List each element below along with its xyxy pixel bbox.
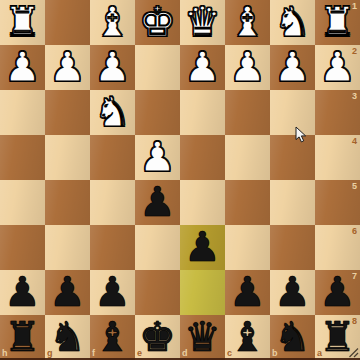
square-b1[interactable]: ♞ — [270, 0, 315, 45]
square-c7[interactable]: ♟ — [225, 270, 270, 315]
square-e7[interactable] — [135, 270, 180, 315]
black-pawn-d6[interactable]: ♟ — [180, 225, 225, 270]
square-f4[interactable] — [90, 135, 135, 180]
square-c2[interactable]: ♟ — [225, 45, 270, 90]
square-b3[interactable] — [270, 90, 315, 135]
black-pawn-h7[interactable]: ♟ — [0, 270, 45, 315]
square-g2[interactable]: ♟ — [45, 45, 90, 90]
white-rook-h1[interactable]: ♜ — [0, 0, 45, 45]
square-c5[interactable] — [225, 180, 270, 225]
square-e8[interactable]: ♚e — [135, 315, 180, 360]
chess-app-window: ♜♝♚♛♝♞♜1♟♟♟♟♟♟♟2♞3♟4♟5♟6♟♟♟♟♟♟7♜h♞g♝f♚e♛… — [0, 0, 360, 360]
file-label-c: c — [227, 349, 232, 358]
square-g8[interactable]: ♞g — [45, 315, 90, 360]
white-bishop-f1[interactable]: ♝ — [90, 0, 135, 45]
square-g5[interactable] — [45, 180, 90, 225]
square-a2[interactable]: ♟2 — [315, 45, 360, 90]
black-pawn-f7[interactable]: ♟ — [90, 270, 135, 315]
square-a1[interactable]: ♜1 — [315, 0, 360, 45]
file-label-g: g — [47, 349, 53, 358]
white-pawn-b2[interactable]: ♟ — [270, 45, 315, 90]
square-c6[interactable] — [225, 225, 270, 270]
file-label-f: f — [92, 349, 95, 358]
square-f7[interactable]: ♟ — [90, 270, 135, 315]
square-d8[interactable]: ♛d — [180, 315, 225, 360]
black-bishop-f8[interactable]: ♝ — [90, 315, 135, 360]
square-d1[interactable]: ♛ — [180, 0, 225, 45]
white-pawn-c2[interactable]: ♟ — [225, 45, 270, 90]
white-queen-d1[interactable]: ♛ — [180, 0, 225, 45]
file-label-b: b — [272, 349, 278, 358]
square-b6[interactable] — [270, 225, 315, 270]
rank-label-3: 3 — [352, 92, 357, 101]
square-d7[interactable] — [180, 270, 225, 315]
white-knight-b1[interactable]: ♞ — [270, 0, 315, 45]
square-b4[interactable] — [270, 135, 315, 180]
square-f6[interactable] — [90, 225, 135, 270]
square-f5[interactable] — [90, 180, 135, 225]
square-f1[interactable]: ♝ — [90, 0, 135, 45]
file-label-h: h — [2, 349, 8, 358]
square-a3[interactable]: 3 — [315, 90, 360, 135]
black-pawn-e5[interactable]: ♟ — [135, 180, 180, 225]
square-c8[interactable]: ♝c — [225, 315, 270, 360]
square-h1[interactable]: ♜ — [0, 0, 45, 45]
square-h7[interactable]: ♟ — [0, 270, 45, 315]
black-pawn-c7[interactable]: ♟ — [225, 270, 270, 315]
square-b7[interactable]: ♟ — [270, 270, 315, 315]
square-h8[interactable]: ♜h — [0, 315, 45, 360]
square-c3[interactable] — [225, 90, 270, 135]
white-king-e1[interactable]: ♚ — [135, 0, 180, 45]
square-a7[interactable]: ♟7 — [315, 270, 360, 315]
square-a6[interactable]: 6 — [315, 225, 360, 270]
square-h2[interactable]: ♟ — [0, 45, 45, 90]
white-pawn-g2[interactable]: ♟ — [45, 45, 90, 90]
square-f8[interactable]: ♝f — [90, 315, 135, 360]
square-b8[interactable]: ♞b — [270, 315, 315, 360]
square-e5[interactable]: ♟ — [135, 180, 180, 225]
square-h3[interactable] — [0, 90, 45, 135]
file-label-d: d — [182, 349, 188, 358]
black-pawn-g7[interactable]: ♟ — [45, 270, 90, 315]
square-h5[interactable] — [0, 180, 45, 225]
file-label-a: a — [317, 349, 322, 358]
rank-label-8: 8 — [352, 317, 357, 326]
square-a4[interactable]: 4 — [315, 135, 360, 180]
square-e2[interactable] — [135, 45, 180, 90]
square-h6[interactable] — [0, 225, 45, 270]
square-e1[interactable]: ♚ — [135, 0, 180, 45]
square-g1[interactable] — [45, 0, 90, 45]
white-knight-f3[interactable]: ♞ — [90, 90, 135, 135]
square-d2[interactable]: ♟ — [180, 45, 225, 90]
rank-label-2: 2 — [352, 47, 357, 56]
square-e3[interactable] — [135, 90, 180, 135]
square-d3[interactable] — [180, 90, 225, 135]
white-pawn-h2[interactable]: ♟ — [0, 45, 45, 90]
square-d5[interactable] — [180, 180, 225, 225]
square-h4[interactable] — [0, 135, 45, 180]
square-g3[interactable] — [45, 90, 90, 135]
file-label-e: e — [137, 349, 142, 358]
rank-label-7: 7 — [352, 272, 357, 281]
square-e6[interactable] — [135, 225, 180, 270]
square-e4[interactable]: ♟ — [135, 135, 180, 180]
black-pawn-b7[interactable]: ♟ — [270, 270, 315, 315]
square-c1[interactable]: ♝ — [225, 0, 270, 45]
square-f3[interactable]: ♞ — [90, 90, 135, 135]
square-c4[interactable] — [225, 135, 270, 180]
square-b2[interactable]: ♟ — [270, 45, 315, 90]
rank-label-5: 5 — [352, 182, 357, 191]
square-a5[interactable]: 5 — [315, 180, 360, 225]
square-b5[interactable] — [270, 180, 315, 225]
square-d4[interactable] — [180, 135, 225, 180]
square-g7[interactable]: ♟ — [45, 270, 90, 315]
white-pawn-f2[interactable]: ♟ — [90, 45, 135, 90]
square-d6[interactable]: ♟ — [180, 225, 225, 270]
rank-label-6: 6 — [352, 227, 357, 236]
square-f2[interactable]: ♟ — [90, 45, 135, 90]
rank-label-1: 1 — [352, 2, 357, 11]
resize-grip-icon[interactable] — [348, 347, 359, 358]
chess-board: ♜♝♚♛♝♞♜1♟♟♟♟♟♟♟2♞3♟4♟5♟6♟♟♟♟♟♟7♜h♞g♝f♚e♛… — [0, 0, 360, 360]
white-pawn-d2[interactable]: ♟ — [180, 45, 225, 90]
rank-label-4: 4 — [352, 137, 357, 146]
white-bishop-c1[interactable]: ♝ — [225, 0, 270, 45]
square-g4[interactable] — [45, 135, 90, 180]
white-pawn-e4[interactable]: ♟ — [135, 135, 180, 180]
square-g6[interactable] — [45, 225, 90, 270]
